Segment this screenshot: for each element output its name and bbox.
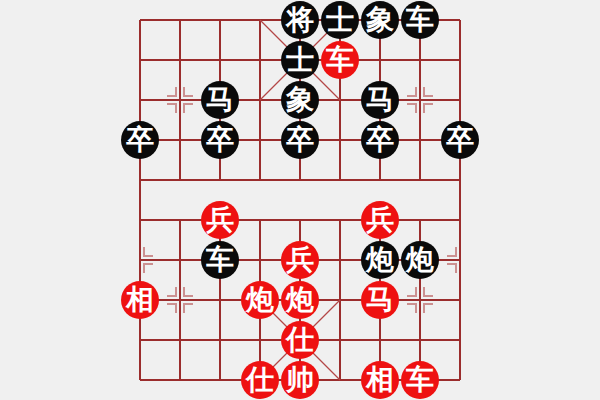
position-marker <box>167 87 176 96</box>
piece-red-r7c4[interactable]: 炮 <box>281 281 319 319</box>
piece-black-r0c4[interactable]: 将 <box>281 1 319 39</box>
piece-red-r9c4[interactable]: 帅 <box>281 361 319 399</box>
position-marker <box>447 247 456 256</box>
piece-red-r9c3[interactable]: 仕 <box>241 361 279 399</box>
position-marker <box>407 304 416 313</box>
piece-black-r0c6[interactable]: 象 <box>361 1 399 39</box>
piece-black-r2c6[interactable]: 马 <box>361 81 399 119</box>
piece-red-r6c4[interactable]: 兵 <box>281 241 319 279</box>
position-marker <box>167 304 176 313</box>
position-marker <box>167 287 176 296</box>
position-marker <box>184 87 193 96</box>
xiangqi-screenshot: 将士象车士车马象马卒卒卒卒卒兵兵车兵炮炮相炮炮马仕仕帅相车 <box>0 0 600 400</box>
piece-red-r7c0[interactable]: 相 <box>121 281 159 319</box>
piece-black-r6c6[interactable]: 炮 <box>361 241 399 279</box>
position-marker <box>184 287 193 296</box>
piece-red-r7c6[interactable]: 马 <box>361 281 399 319</box>
piece-black-r3c0[interactable]: 卒 <box>121 121 159 159</box>
piece-red-r5c6[interactable]: 兵 <box>361 201 399 239</box>
position-marker <box>144 247 153 256</box>
piece-red-r8c4[interactable]: 仕 <box>281 321 319 359</box>
piece-black-r3c8[interactable]: 卒 <box>441 121 479 159</box>
position-marker <box>447 264 456 273</box>
piece-red-r5c2[interactable]: 兵 <box>201 201 239 239</box>
position-marker <box>407 287 416 296</box>
position-marker <box>144 264 153 273</box>
piece-black-r0c7[interactable]: 车 <box>401 1 439 39</box>
piece-black-r3c2[interactable]: 卒 <box>201 121 239 159</box>
piece-red-r9c6[interactable]: 相 <box>361 361 399 399</box>
piece-black-r3c6[interactable]: 卒 <box>361 121 399 159</box>
position-marker <box>184 304 193 313</box>
piece-black-r6c7[interactable]: 炮 <box>401 241 439 279</box>
position-marker <box>424 87 433 96</box>
piece-black-r6c2[interactable]: 车 <box>201 241 239 279</box>
piece-black-r2c2[interactable]: 马 <box>201 81 239 119</box>
piece-black-r1c4[interactable]: 士 <box>281 41 319 79</box>
piece-red-r7c3[interactable]: 炮 <box>241 281 279 319</box>
position-marker <box>184 104 193 113</box>
xiangqi-board: 将士象车士车马象马卒卒卒卒卒兵兵车兵炮炮相炮炮马仕仕帅相车 <box>0 0 600 400</box>
piece-red-r1c5[interactable]: 车 <box>321 41 359 79</box>
position-marker <box>424 304 433 313</box>
position-marker <box>167 104 176 113</box>
piece-black-r0c5[interactable]: 士 <box>321 1 359 39</box>
piece-black-r2c4[interactable]: 象 <box>281 81 319 119</box>
position-marker <box>424 287 433 296</box>
position-marker <box>407 104 416 113</box>
piece-black-r3c4[interactable]: 卒 <box>281 121 319 159</box>
position-marker <box>424 104 433 113</box>
position-marker <box>407 87 416 96</box>
piece-red-r9c7[interactable]: 车 <box>401 361 439 399</box>
